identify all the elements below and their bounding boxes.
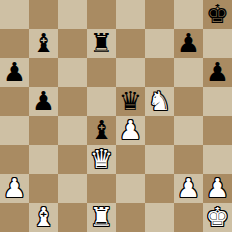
- square-d6[interactable]: [87, 58, 116, 87]
- square-c7[interactable]: [58, 29, 87, 58]
- square-h2[interactable]: ♟: [203, 174, 232, 203]
- square-b2[interactable]: [29, 174, 58, 203]
- square-g7[interactable]: ♟: [174, 29, 203, 58]
- square-b3[interactable]: [29, 145, 58, 174]
- square-a4[interactable]: [0, 116, 29, 145]
- square-h5[interactable]: [203, 87, 232, 116]
- square-c8[interactable]: [58, 0, 87, 29]
- square-b5[interactable]: ♟: [29, 87, 58, 116]
- piece-black-pawn: ♟: [177, 29, 200, 58]
- square-c1[interactable]: [58, 203, 87, 232]
- square-d4[interactable]: ♝: [87, 116, 116, 145]
- piece-black-rook: ♜: [90, 29, 113, 58]
- square-g4[interactable]: [174, 116, 203, 145]
- square-a2[interactable]: ♟: [0, 174, 29, 203]
- square-e5[interactable]: ♛: [116, 87, 145, 116]
- square-d8[interactable]: [87, 0, 116, 29]
- square-e3[interactable]: [116, 145, 145, 174]
- square-b1[interactable]: ♝: [29, 203, 58, 232]
- square-g3[interactable]: [174, 145, 203, 174]
- square-d5[interactable]: [87, 87, 116, 116]
- square-a6[interactable]: ♟: [0, 58, 29, 87]
- square-g6[interactable]: [174, 58, 203, 87]
- piece-white-queen: ♛: [90, 145, 113, 174]
- square-h7[interactable]: [203, 29, 232, 58]
- square-g8[interactable]: [174, 0, 203, 29]
- square-f5[interactable]: ♞: [145, 87, 174, 116]
- square-e2[interactable]: [116, 174, 145, 203]
- square-e6[interactable]: [116, 58, 145, 87]
- square-c5[interactable]: [58, 87, 87, 116]
- piece-white-pawn: ♟: [206, 174, 229, 203]
- square-b4[interactable]: [29, 116, 58, 145]
- square-d2[interactable]: [87, 174, 116, 203]
- piece-black-bishop: ♝: [32, 29, 55, 58]
- square-c2[interactable]: [58, 174, 87, 203]
- piece-black-queen: ♛: [119, 87, 142, 116]
- piece-white-pawn: ♟: [3, 174, 26, 203]
- square-e8[interactable]: [116, 0, 145, 29]
- square-c3[interactable]: [58, 145, 87, 174]
- square-a1[interactable]: [0, 203, 29, 232]
- square-d1[interactable]: ♜: [87, 203, 116, 232]
- square-f4[interactable]: [145, 116, 174, 145]
- square-f3[interactable]: [145, 145, 174, 174]
- square-g5[interactable]: [174, 87, 203, 116]
- square-h4[interactable]: [203, 116, 232, 145]
- piece-white-bishop: ♝: [32, 203, 55, 232]
- square-h1[interactable]: ♚: [203, 203, 232, 232]
- piece-white-rook: ♜: [90, 203, 113, 232]
- square-g2[interactable]: ♟: [174, 174, 203, 203]
- square-f1[interactable]: [145, 203, 174, 232]
- square-b8[interactable]: [29, 0, 58, 29]
- piece-black-pawn: ♟: [32, 87, 55, 116]
- piece-black-bishop: ♝: [90, 116, 113, 145]
- chess-board: ♚♝♜♟♟♟♟♛♞♝♟♛♟♟♟♝♜♚: [0, 0, 232, 232]
- square-a3[interactable]: [0, 145, 29, 174]
- square-a7[interactable]: [0, 29, 29, 58]
- square-d7[interactable]: ♜: [87, 29, 116, 58]
- square-e7[interactable]: [116, 29, 145, 58]
- piece-white-pawn: ♟: [119, 116, 142, 145]
- square-f8[interactable]: [145, 0, 174, 29]
- square-h8[interactable]: ♚: [203, 0, 232, 29]
- square-a5[interactable]: [0, 87, 29, 116]
- piece-white-king: ♚: [206, 203, 229, 232]
- piece-black-pawn: ♟: [3, 58, 26, 87]
- square-c6[interactable]: [58, 58, 87, 87]
- square-f2[interactable]: [145, 174, 174, 203]
- square-e4[interactable]: ♟: [116, 116, 145, 145]
- piece-black-king: ♚: [206, 0, 229, 29]
- square-h6[interactable]: ♟: [203, 58, 232, 87]
- square-f7[interactable]: [145, 29, 174, 58]
- square-f6[interactable]: [145, 58, 174, 87]
- square-a8[interactable]: [0, 0, 29, 29]
- square-b6[interactable]: [29, 58, 58, 87]
- piece-white-knight: ♞: [148, 87, 171, 116]
- square-h3[interactable]: [203, 145, 232, 174]
- square-e1[interactable]: [116, 203, 145, 232]
- square-b7[interactable]: ♝: [29, 29, 58, 58]
- piece-white-pawn: ♟: [177, 174, 200, 203]
- square-d3[interactable]: ♛: [87, 145, 116, 174]
- square-g1[interactable]: [174, 203, 203, 232]
- square-c4[interactable]: [58, 116, 87, 145]
- piece-black-pawn: ♟: [206, 58, 229, 87]
